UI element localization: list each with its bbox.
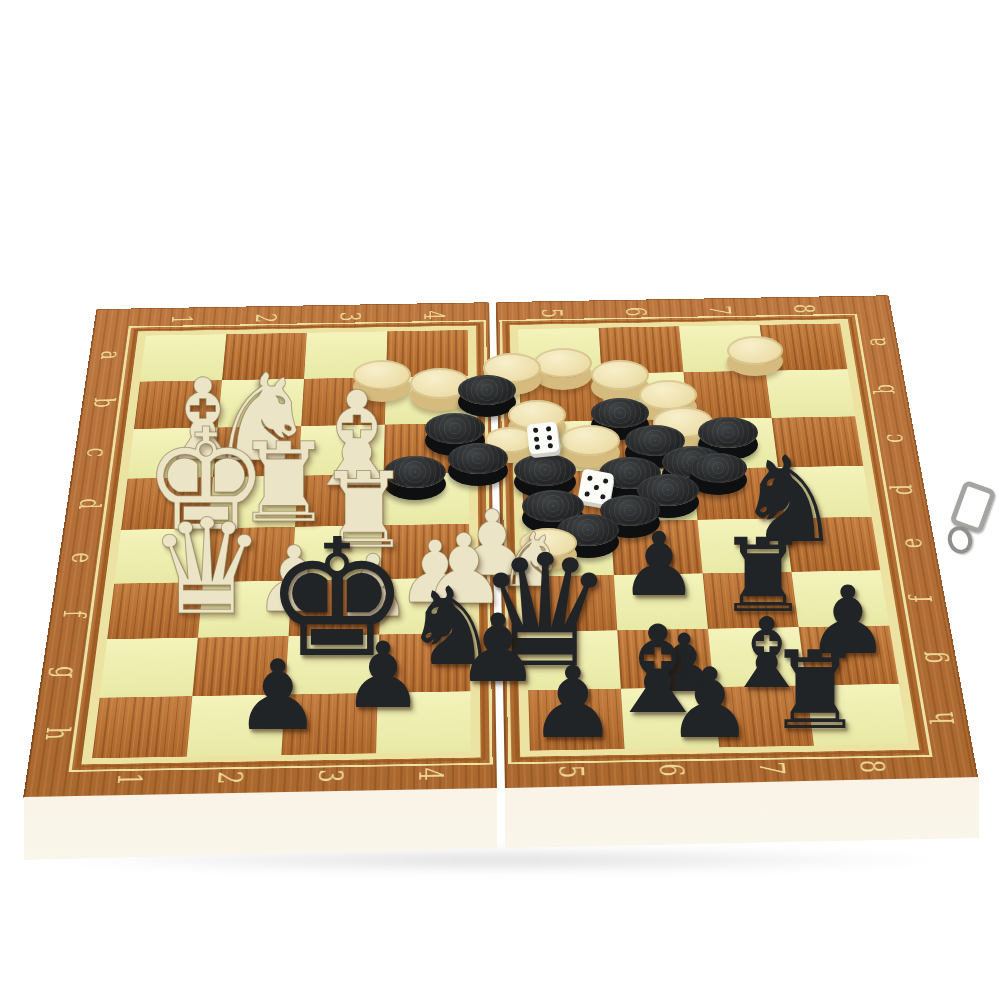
die-showing-6[interactable] <box>527 422 560 455</box>
black-pawn[interactable]: ♟ <box>667 668 754 741</box>
light-checker[interactable] <box>591 360 649 390</box>
light-checker[interactable] <box>534 348 592 378</box>
light-checker[interactable] <box>727 336 783 365</box>
die-pip <box>584 491 590 497</box>
black-pawn[interactable]: ♟ <box>235 660 322 733</box>
die-pip <box>548 443 553 448</box>
black-pawn[interactable]: ♟ <box>529 666 618 740</box>
black-pawn[interactable]: ♟ <box>620 532 699 598</box>
pieces-layer: ♝♞♚♛♜♝♜♟♟♟♟♟♞♚♛♞♞♜♜♝♝♟♟♟♟♟♟♟♟ <box>0 0 1000 1000</box>
black-pawn[interactable]: ♟ <box>456 614 540 685</box>
light-checker[interactable] <box>560 425 620 456</box>
die-pip <box>600 493 606 499</box>
die-pip <box>535 444 540 449</box>
die-pip <box>593 484 599 490</box>
dark-checker[interactable] <box>591 398 649 428</box>
die-pip <box>546 426 551 431</box>
light-checker[interactable] <box>639 380 697 410</box>
metal-clasp <box>944 484 996 556</box>
dark-checker[interactable] <box>425 413 485 444</box>
black-rook[interactable]: ♜ <box>767 650 864 731</box>
dark-checker[interactable] <box>458 375 516 405</box>
die-pip <box>533 428 538 433</box>
dark-checker[interactable] <box>514 454 576 486</box>
black-pawn[interactable]: ♟ <box>342 642 424 710</box>
die-pip <box>587 475 593 481</box>
dark-checker[interactable] <box>448 443 508 474</box>
die-pip <box>534 436 539 441</box>
white-queen[interactable]: ♛ <box>148 518 266 617</box>
product-photo-chess-set: { "game": "chess (3-in-1 folding wooden … <box>0 0 1000 1000</box>
die-pip <box>602 478 608 484</box>
die-pip <box>547 435 552 440</box>
